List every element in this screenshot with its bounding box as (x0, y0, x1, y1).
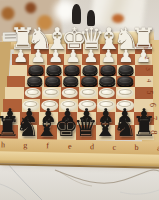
rank-label-7: 7 (149, 116, 157, 120)
black-checker (118, 65, 133, 74)
rank-label-4: 4 (146, 79, 153, 82)
white-checker (117, 88, 134, 98)
white-checker (62, 88, 79, 98)
square-h3 (10, 65, 28, 76)
rank-number-labels: 12345678 (142, 44, 159, 156)
rank-2: ♟♟♟♟♟♟♟♟ (12, 54, 153, 65)
square-f4 (44, 76, 62, 88)
rank-label-2: 2 (144, 57, 150, 60)
white-pawn: ♟ (48, 48, 63, 65)
square-e5 (61, 87, 80, 99)
white-pawn: ♟ (118, 48, 133, 65)
square-d4 (80, 76, 98, 88)
white-checker (80, 88, 97, 98)
black-checker (27, 76, 43, 86)
square-c3 (99, 65, 117, 76)
square-f5 (42, 87, 61, 99)
black-checker (100, 76, 116, 86)
white-checker (43, 88, 60, 98)
square-d2: ♟ (82, 54, 100, 65)
square-h2: ♟ (12, 54, 30, 65)
white-checker (99, 88, 116, 98)
white-pawn: ♟ (101, 48, 116, 65)
square-g3 (27, 65, 45, 76)
white-checker (25, 88, 42, 98)
rank-5 (5, 87, 153, 99)
chess-set-photo: 12345678 ♜♞♝♚♛♝♞♜♟♟♟♟♟♟♟♟♟♟♟♟♟♟♟♟♜♞♝♚♛♝♞… (0, 0, 159, 200)
rank-label-8: 8 (150, 130, 159, 134)
white-pawn: ♟ (83, 48, 98, 65)
square-h4 (7, 76, 25, 88)
square-f3 (45, 65, 63, 76)
black-checker (82, 65, 97, 74)
square-e4 (62, 76, 80, 88)
black-checker (118, 76, 134, 86)
rank-8: ♜♞♝♚♛♝♞♜ (0, 125, 154, 140)
square-d3 (81, 65, 99, 76)
white-pawn: ♟ (13, 48, 28, 65)
black-checker (65, 65, 80, 74)
square-b2: ♟ (117, 54, 135, 65)
square-g5 (24, 87, 43, 99)
square-e2: ♟ (64, 54, 82, 65)
white-pawn: ♟ (30, 48, 45, 65)
black-checker (63, 76, 79, 86)
black-checker (29, 65, 44, 74)
black-checker (100, 65, 115, 74)
file-label-b: b (125, 141, 148, 154)
square-e3 (63, 65, 81, 76)
black-checker (81, 76, 97, 86)
rank-3 (10, 65, 153, 76)
square-b3 (117, 65, 135, 76)
black-checker (45, 76, 61, 86)
rank-label-1: 1 (143, 46, 149, 49)
white-pawn: ♟ (66, 48, 81, 65)
file-label-d: d (81, 140, 104, 153)
square-b5 (116, 87, 135, 99)
square-b4 (116, 76, 134, 88)
file-label-g: g (14, 139, 37, 152)
black-checker (47, 65, 62, 74)
square-f2: ♟ (47, 54, 65, 65)
rank-4 (7, 76, 153, 88)
chess-board: ♜♞♝♚♛♝♞♜♟♟♟♟♟♟♟♟♟♟♟♟♟♟♟♟♜♞♝♚♛♝♞♜ (0, 44, 159, 140)
square-g4 (25, 76, 43, 88)
file-label-c: c (103, 140, 126, 153)
square-h5 (5, 87, 24, 99)
rank-label-3: 3 (145, 68, 151, 71)
rank-label-6: 6 (148, 103, 156, 107)
rank-label-5: 5 (147, 91, 154, 95)
file-label-e: e (59, 140, 82, 153)
square-c2: ♟ (100, 54, 118, 65)
square-d5 (79, 87, 98, 99)
file-label-a: a (148, 141, 159, 154)
square-c4 (98, 76, 116, 88)
square-g2: ♟ (29, 54, 47, 65)
file-label-h: h (0, 138, 14, 151)
file-label-f: f (36, 139, 59, 152)
square-c5 (98, 87, 117, 99)
